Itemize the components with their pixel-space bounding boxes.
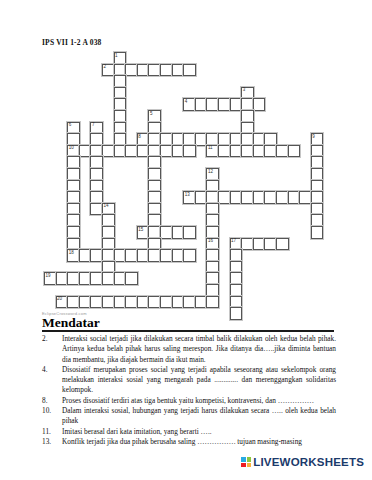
clue-number-9: 9 (312, 134, 315, 139)
logo-square-3 (247, 463, 252, 468)
crossword-cell-r15c23[interactable] (311, 226, 324, 239)
clue-number-5: 5 (150, 111, 153, 116)
clue-item-13: 13.Konflik terjadi jika dua pihak berusa… (42, 437, 336, 447)
clue-item-text: Proses disosiatif terdiri atas tiga bent… (62, 396, 314, 405)
clue-number-7: 7 (92, 122, 95, 127)
clue-number-6: 6 (69, 122, 72, 127)
crossword-cell-r8c21[interactable] (288, 145, 301, 158)
clue-item-4: 4.Disosiatif merupakan proses social yan… (42, 365, 336, 396)
clue-item-number: 8. (42, 396, 60, 406)
crossword-cell-r8c12[interactable] (183, 145, 196, 158)
clue-item-text: Interaksi social terjadi jika dilakukan … (62, 334, 336, 364)
clue-number-12: 12 (208, 169, 213, 174)
clue-item-number: 2. (42, 334, 60, 344)
heading-rule (42, 330, 334, 332)
crossword-cell-r15c12[interactable] (183, 226, 196, 239)
clue-number-11: 11 (208, 145, 213, 150)
clue-number-4: 4 (185, 99, 188, 104)
clue-item-8: 8.Proses disosiatif terdiri atas tiga be… (42, 396, 336, 406)
clue-number-2: 2 (104, 64, 107, 69)
clue-item-number: 10. (42, 406, 60, 416)
worksheet-page: IPS VII 1-2 A 038 1234567891011121314151… (0, 0, 372, 480)
across-clue-list: 2.Interaksi social terjadi jika dilakuka… (42, 334, 336, 447)
clue-item-2: 2.Interaksi social terjadi jika dilakuka… (42, 334, 336, 365)
clue-number-20: 20 (57, 296, 62, 301)
liveworksheets-logo[interactable]: LIVEWORKSHEETS (0, 453, 364, 471)
clue-number-17: 17 (231, 238, 236, 243)
liveworksheets-grid-icon (241, 457, 251, 467)
crossword-cell-r22c16[interactable] (230, 307, 243, 320)
clue-item-text: Imitasi berasal dari kata imitation, yan… (62, 427, 212, 436)
crossword-cell-r17c12[interactable] (183, 249, 196, 262)
logo-square-1 (247, 457, 252, 462)
across-section-heading: Mendatar (42, 315, 100, 331)
clue-number-18: 18 (69, 250, 74, 255)
clue-number-16: 16 (208, 238, 213, 243)
clue-item-number: 11. (42, 427, 60, 437)
crossword-cell-r16c20[interactable] (276, 238, 289, 251)
crossword-cell-r21c14[interactable] (206, 296, 219, 309)
logo-square-2 (241, 463, 246, 468)
liveworksheets-brand-text: LIVEWORKSHEETS (253, 456, 364, 468)
clue-number-10: 10 (69, 145, 74, 150)
clue-number-14: 14 (104, 203, 109, 208)
clue-item-number: 4. (42, 365, 60, 375)
crossword-cell-r4c18[interactable] (253, 98, 266, 111)
crossword-grid: 1234567891011121314151617181920 (44, 52, 324, 320)
clue-item-text: Konflik terjadi jika dua pihak berusaha … (62, 437, 302, 446)
clue-number-13: 13 (185, 192, 190, 197)
clue-number-3: 3 (243, 87, 246, 92)
clue-item-number: 13. (42, 437, 60, 447)
clue-number-8: 8 (138, 134, 141, 139)
clue-item-text: Dalam interaksi sosial, hubungan yang te… (62, 406, 336, 425)
clue-number-19: 19 (46, 273, 51, 278)
clue-number-1: 1 (115, 53, 118, 58)
clue-item-11: 11.Imitasi berasal dari kata imitation, … (42, 427, 336, 437)
clue-item-text: Disosiatif merupakan proses social yang … (62, 365, 336, 395)
clue-number-15: 15 (138, 227, 143, 232)
logo-square-0 (241, 457, 246, 462)
crossword-cell-r1c12[interactable] (183, 64, 196, 77)
crossword-cell-r19c7[interactable] (125, 272, 138, 285)
worksheet-title: IPS VII 1-2 A 038 (42, 38, 102, 47)
clue-item-10: 10.Dalam interaksi sosial, hubungan yang… (42, 406, 336, 427)
